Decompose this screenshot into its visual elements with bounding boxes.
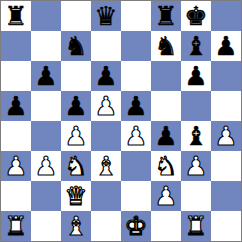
piece-white-bishop: ♝: [94, 151, 117, 181]
square-e6[interactable]: [121, 61, 151, 91]
piece-black-rook: ♜: [154, 1, 177, 31]
piece-black-pawn: ♟: [214, 31, 237, 61]
square-d6[interactable]: ♟: [91, 61, 121, 91]
square-a6[interactable]: [1, 61, 31, 91]
square-h2[interactable]: [211, 181, 241, 211]
square-c8[interactable]: [61, 1, 91, 31]
square-c4[interactable]: ♟: [61, 121, 91, 151]
square-d2[interactable]: [91, 181, 121, 211]
square-h8[interactable]: [211, 1, 241, 31]
chess-board: ♜♛♜♚♞♞♝♟♟♟♟♟♟♟♟♟♟♟♝♟♟♟♞♝♞♟♛♟♜♝♚♜: [0, 0, 242, 242]
piece-white-pawn: ♟: [184, 151, 207, 181]
square-g4[interactable]: ♝: [181, 121, 211, 151]
square-a4[interactable]: [1, 121, 31, 151]
piece-black-pawn: ♟: [124, 91, 147, 121]
square-d1[interactable]: [91, 211, 121, 241]
square-h6[interactable]: [211, 61, 241, 91]
square-b4[interactable]: [31, 121, 61, 151]
square-d4[interactable]: [91, 121, 121, 151]
square-e1[interactable]: ♚: [121, 211, 151, 241]
square-b8[interactable]: [31, 1, 61, 31]
square-g3[interactable]: ♟: [181, 151, 211, 181]
square-f7[interactable]: ♞: [151, 31, 181, 61]
square-g2[interactable]: [181, 181, 211, 211]
square-e8[interactable]: [121, 1, 151, 31]
square-d3[interactable]: ♝: [91, 151, 121, 181]
piece-white-pawn: ♟: [214, 121, 237, 151]
piece-black-pawn: ♟: [34, 61, 57, 91]
square-d7[interactable]: [91, 31, 121, 61]
piece-white-pawn: ♟: [154, 181, 177, 211]
piece-white-pawn: ♟: [64, 121, 87, 151]
piece-black-knight: ♞: [154, 31, 177, 61]
square-g8[interactable]: ♚: [181, 1, 211, 31]
piece-black-pawn: ♟: [94, 61, 117, 91]
piece-black-pawn: ♟: [64, 91, 87, 121]
square-a3[interactable]: ♟: [1, 151, 31, 181]
piece-black-king: ♚: [184, 1, 207, 31]
square-f3[interactable]: ♞: [151, 151, 181, 181]
square-b1[interactable]: [31, 211, 61, 241]
square-c6[interactable]: [61, 61, 91, 91]
square-g6[interactable]: ♟: [181, 61, 211, 91]
square-e3[interactable]: [121, 151, 151, 181]
piece-black-bishop: ♝: [184, 31, 207, 61]
piece-black-pawn: ♟: [4, 91, 27, 121]
piece-white-bishop: ♝: [64, 211, 87, 241]
square-c2[interactable]: ♛: [61, 181, 91, 211]
piece-black-queen: ♛: [94, 1, 117, 31]
piece-white-knight: ♞: [154, 151, 177, 181]
piece-white-pawn: ♟: [94, 91, 117, 121]
square-d8[interactable]: ♛: [91, 1, 121, 31]
square-b6[interactable]: ♟: [31, 61, 61, 91]
square-b2[interactable]: [31, 181, 61, 211]
square-f4[interactable]: ♟: [151, 121, 181, 151]
square-g5[interactable]: [181, 91, 211, 121]
square-h4[interactable]: ♟: [211, 121, 241, 151]
square-f6[interactable]: [151, 61, 181, 91]
piece-white-knight: ♞: [64, 151, 87, 181]
square-h7[interactable]: ♟: [211, 31, 241, 61]
square-b3[interactable]: ♟: [31, 151, 61, 181]
square-e5[interactable]: ♟: [121, 91, 151, 121]
square-a7[interactable]: [1, 31, 31, 61]
square-e7[interactable]: [121, 31, 151, 61]
square-a1[interactable]: ♜: [1, 211, 31, 241]
square-d5[interactable]: ♟: [91, 91, 121, 121]
square-b7[interactable]: [31, 31, 61, 61]
square-f1[interactable]: [151, 211, 181, 241]
square-h3[interactable]: [211, 151, 241, 181]
piece-black-pawn: ♟: [184, 61, 207, 91]
square-a2[interactable]: [1, 181, 31, 211]
piece-white-rook: ♜: [4, 211, 27, 241]
square-c1[interactable]: ♝: [61, 211, 91, 241]
piece-black-rook: ♜: [4, 1, 27, 31]
piece-white-pawn: ♟: [4, 151, 27, 181]
square-f5[interactable]: [151, 91, 181, 121]
piece-white-king: ♚: [124, 211, 147, 241]
piece-black-bishop: ♝: [184, 121, 207, 151]
square-c5[interactable]: ♟: [61, 91, 91, 121]
piece-black-pawn: ♟: [154, 121, 177, 151]
piece-white-queen: ♛: [64, 181, 87, 211]
square-e2[interactable]: [121, 181, 151, 211]
square-h5[interactable]: [211, 91, 241, 121]
square-g7[interactable]: ♝: [181, 31, 211, 61]
square-a5[interactable]: ♟: [1, 91, 31, 121]
square-c3[interactable]: ♞: [61, 151, 91, 181]
square-f2[interactable]: ♟: [151, 181, 181, 211]
square-f8[interactable]: ♜: [151, 1, 181, 31]
square-c7[interactable]: ♞: [61, 31, 91, 61]
square-e4[interactable]: ♟: [121, 121, 151, 151]
piece-black-knight: ♞: [64, 31, 87, 61]
piece-white-rook: ♜: [184, 211, 207, 241]
square-h1[interactable]: [211, 211, 241, 241]
square-g1[interactable]: ♜: [181, 211, 211, 241]
piece-white-pawn: ♟: [124, 121, 147, 151]
square-b5[interactable]: [31, 91, 61, 121]
square-a8[interactable]: ♜: [1, 1, 31, 31]
piece-white-pawn: ♟: [34, 151, 57, 181]
